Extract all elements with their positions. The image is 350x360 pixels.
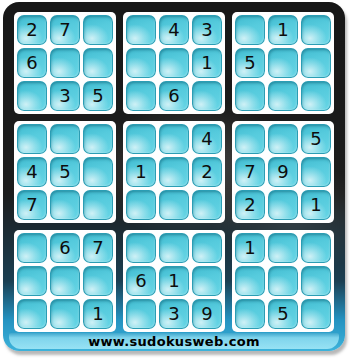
cell-r7c5[interactable] bbox=[159, 233, 189, 263]
cell-r6c1[interactable]: 7 bbox=[17, 190, 47, 220]
cell-r2c3[interactable] bbox=[83, 48, 113, 78]
cell-r3c9[interactable] bbox=[301, 81, 331, 111]
cell-r1c2[interactable]: 7 bbox=[50, 15, 80, 45]
cell-r7c2[interactable]: 6 bbox=[50, 233, 80, 263]
box-2: 4316 bbox=[123, 12, 225, 114]
cell-r2c6[interactable]: 1 bbox=[192, 48, 222, 78]
cell-r9c6[interactable]: 9 bbox=[192, 299, 222, 329]
cell-r8c2[interactable] bbox=[50, 266, 80, 296]
cell-r9c8[interactable]: 5 bbox=[268, 299, 298, 329]
cell-r8c1[interactable] bbox=[17, 266, 47, 296]
cell-r2c1[interactable]: 6 bbox=[17, 48, 47, 78]
cell-r8c8[interactable] bbox=[268, 266, 298, 296]
cell-r1c7[interactable] bbox=[235, 15, 265, 45]
cell-r3c4[interactable] bbox=[126, 81, 156, 111]
cell-r3c1[interactable] bbox=[17, 81, 47, 111]
cell-r7c3[interactable]: 7 bbox=[83, 233, 113, 263]
box-4: 457 bbox=[14, 121, 116, 223]
cell-r3c5[interactable]: 6 bbox=[159, 81, 189, 111]
cell-r8c7[interactable] bbox=[235, 266, 265, 296]
cell-r6c5[interactable] bbox=[159, 190, 189, 220]
cell-r8c3[interactable] bbox=[83, 266, 113, 296]
cell-r7c8[interactable] bbox=[268, 233, 298, 263]
cell-r1c1[interactable]: 2 bbox=[17, 15, 47, 45]
cell-r4c5[interactable] bbox=[159, 124, 189, 154]
cell-r1c8[interactable]: 1 bbox=[268, 15, 298, 45]
cell-r7c6[interactable] bbox=[192, 233, 222, 263]
cell-r2c7[interactable]: 5 bbox=[235, 48, 265, 78]
cell-r1c5[interactable]: 4 bbox=[159, 15, 189, 45]
cell-r8c5[interactable]: 1 bbox=[159, 266, 189, 296]
cell-r1c6[interactable]: 3 bbox=[192, 15, 222, 45]
cell-r3c3[interactable]: 5 bbox=[83, 81, 113, 111]
cell-r4c3[interactable] bbox=[83, 124, 113, 154]
cell-r9c5[interactable]: 3 bbox=[159, 299, 189, 329]
cell-r7c7[interactable]: 1 bbox=[235, 233, 265, 263]
cell-r4c8[interactable] bbox=[268, 124, 298, 154]
box-3: 15 bbox=[232, 12, 334, 114]
box-7: 671 bbox=[14, 230, 116, 332]
cell-r2c5[interactable] bbox=[159, 48, 189, 78]
cell-r1c4[interactable] bbox=[126, 15, 156, 45]
cell-r4c4[interactable] bbox=[126, 124, 156, 154]
cell-r3c7[interactable] bbox=[235, 81, 265, 111]
cell-r6c3[interactable] bbox=[83, 190, 113, 220]
cell-r8c4[interactable]: 6 bbox=[126, 266, 156, 296]
cell-r5c4[interactable]: 1 bbox=[126, 157, 156, 187]
board-frame: 2763543161545741257921671613915 www.sudo… bbox=[3, 2, 345, 351]
cell-r2c9[interactable] bbox=[301, 48, 331, 78]
box-8: 6139 bbox=[123, 230, 225, 332]
cell-r2c4[interactable] bbox=[126, 48, 156, 78]
sudoku-board: 2763543161545741257921671613915 bbox=[14, 12, 334, 332]
cell-r5c3[interactable] bbox=[83, 157, 113, 187]
cell-r4c1[interactable] bbox=[17, 124, 47, 154]
sudoku-widget: 2763543161545741257921671613915 www.sudo… bbox=[0, 0, 350, 360]
cell-r4c2[interactable] bbox=[50, 124, 80, 154]
box-9: 15 bbox=[232, 230, 334, 332]
cell-r5c8[interactable]: 9 bbox=[268, 157, 298, 187]
cell-r5c9[interactable] bbox=[301, 157, 331, 187]
cell-r7c4[interactable] bbox=[126, 233, 156, 263]
cell-r2c8[interactable] bbox=[268, 48, 298, 78]
cell-r1c9[interactable] bbox=[301, 15, 331, 45]
cell-r8c6[interactable] bbox=[192, 266, 222, 296]
cell-r9c9[interactable] bbox=[301, 299, 331, 329]
cell-r2c2[interactable] bbox=[50, 48, 80, 78]
cell-r6c8[interactable] bbox=[268, 190, 298, 220]
cell-r5c1[interactable]: 4 bbox=[17, 157, 47, 187]
cell-r4c9[interactable]: 5 bbox=[301, 124, 331, 154]
cell-r5c5[interactable] bbox=[159, 157, 189, 187]
cell-r4c7[interactable] bbox=[235, 124, 265, 154]
cell-r9c7[interactable] bbox=[235, 299, 265, 329]
box-5: 412 bbox=[123, 121, 225, 223]
cell-r4c6[interactable]: 4 bbox=[192, 124, 222, 154]
cell-r7c9[interactable] bbox=[301, 233, 331, 263]
cell-r5c7[interactable]: 7 bbox=[235, 157, 265, 187]
cell-r6c2[interactable] bbox=[50, 190, 80, 220]
cell-r3c2[interactable]: 3 bbox=[50, 81, 80, 111]
cell-r5c6[interactable]: 2 bbox=[192, 157, 222, 187]
box-6: 57921 bbox=[232, 121, 334, 223]
cell-r6c7[interactable]: 2 bbox=[235, 190, 265, 220]
cell-r1c3[interactable] bbox=[83, 15, 113, 45]
cell-r6c6[interactable] bbox=[192, 190, 222, 220]
cell-r9c1[interactable] bbox=[17, 299, 47, 329]
cell-r9c2[interactable] bbox=[50, 299, 80, 329]
website-link[interactable]: www.sudokusweb.com bbox=[88, 334, 260, 349]
cell-r7c1[interactable] bbox=[17, 233, 47, 263]
footer-bar: www.sudokusweb.com bbox=[9, 333, 339, 349]
cell-r6c9[interactable]: 1 bbox=[301, 190, 331, 220]
cell-r6c4[interactable] bbox=[126, 190, 156, 220]
cell-r3c6[interactable] bbox=[192, 81, 222, 111]
cell-r9c4[interactable] bbox=[126, 299, 156, 329]
cell-r8c9[interactable] bbox=[301, 266, 331, 296]
cell-r5c2[interactable]: 5 bbox=[50, 157, 80, 187]
cell-r9c3[interactable]: 1 bbox=[83, 299, 113, 329]
cell-r3c8[interactable] bbox=[268, 81, 298, 111]
box-1: 27635 bbox=[14, 12, 116, 114]
